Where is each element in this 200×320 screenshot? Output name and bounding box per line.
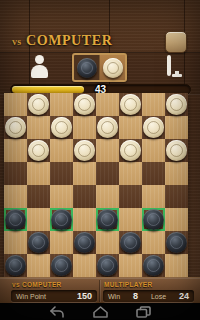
back-icon[interactable] [48,306,66,318]
square-a6[interactable] [4,139,27,162]
black-piece[interactable]: ⛂ [74,232,95,253]
square-h1[interactable] [165,254,188,277]
square-g8[interactable] [142,93,165,116]
square-c2[interactable] [50,231,73,254]
square-c5[interactable] [50,162,73,185]
square-b1[interactable] [27,254,50,277]
white-piece[interactable]: ⛀ [28,140,49,161]
checkers-app-screen: vs COMPUTER ⛂ ⛀ 43 ⛀⛀⛀⛀⛀⛀⛀⛀⛀⛀⛀⛀⛂⛂⛂⛂⛂⛂⛂⛂⛂… [0,0,200,320]
square-a8[interactable] [4,93,27,116]
win-label: Win [108,293,120,300]
white-piece[interactable]: ⛀ [51,117,72,138]
square-b2[interactable]: ⛂ [27,231,50,254]
recents-icon[interactable] [135,306,152,318]
square-d6[interactable]: ⛀ [73,139,96,162]
square-a4[interactable] [4,185,27,208]
black-piece[interactable]: ⛂ [143,255,164,276]
black-piece[interactable]: ⛂ [5,255,26,276]
square-c4[interactable] [50,185,73,208]
square-f1[interactable] [119,254,142,277]
square-c6[interactable] [50,139,73,162]
square-e8[interactable] [96,93,119,116]
win-point-value: 150 [77,291,92,301]
square-f4[interactable] [119,185,142,208]
black-piece[interactable]: ⛂ [166,232,187,253]
square-e5[interactable] [96,162,119,185]
square-f6[interactable]: ⛀ [119,139,142,162]
square-h8[interactable]: ⛀ [165,93,188,116]
square-d7[interactable] [73,116,96,139]
square-b7[interactable] [27,116,50,139]
black-piece[interactable]: ⛂ [143,209,164,230]
win-value: 8 [133,291,138,301]
square-b8[interactable]: ⛀ [27,93,50,116]
square-b4[interactable] [27,185,50,208]
white-piece[interactable]: ⛀ [143,117,164,138]
stats-bar: vs COMPUTER MULTIPLAYER Win Point 150 Wi… [0,277,200,304]
turn-cell-white: ⛀ [99,55,125,80]
square-g5[interactable] [142,162,165,185]
square-b5[interactable] [27,162,50,185]
home-icon[interactable] [92,306,109,318]
title-main: COMPUTER [26,33,112,48]
computer-monitor-icon [167,57,187,78]
stats-left-label: vs COMPUTER [12,281,62,288]
square-a2[interactable] [4,231,27,254]
pause-button[interactable] [165,31,187,53]
white-piece[interactable]: ⛀ [120,94,141,115]
player-person-icon [30,55,49,79]
square-h6[interactable]: ⛀ [165,139,188,162]
square-h4[interactable] [165,185,188,208]
square-e3[interactable]: ⛂ [96,208,119,231]
black-piece[interactable]: ⛂ [28,232,49,253]
turn-indicator-panel: ⛂ ⛀ [72,53,127,82]
stats-right-label: MULTIPLAYER [104,281,152,288]
square-g3[interactable]: ⛂ [142,208,165,231]
black-piece[interactable]: ⛂ [97,209,118,230]
square-f2[interactable]: ⛂ [119,231,142,254]
square-d5[interactable] [73,162,96,185]
square-d4[interactable] [73,185,96,208]
square-a1[interactable]: ⛂ [4,254,27,277]
square-f8[interactable]: ⛀ [119,93,142,116]
square-h2[interactable]: ⛂ [165,231,188,254]
black-piece[interactable]: ⛂ [51,209,72,230]
win-point-label: Win Point [16,293,46,300]
square-a5[interactable] [4,162,27,185]
square-d1[interactable] [73,254,96,277]
black-piece[interactable]: ⛂ [5,209,26,230]
multiplayer-record-box: Win 8 Lose 24 [103,290,194,302]
square-e4[interactable] [96,185,119,208]
title-prefix: vs [12,36,22,47]
square-e1[interactable]: ⛂ [96,254,119,277]
square-f7[interactable] [119,116,142,139]
win-point-box: Win Point 150 [11,290,97,302]
black-piece[interactable]: ⛂ [97,255,118,276]
square-g4[interactable] [142,185,165,208]
square-f5[interactable] [119,162,142,185]
square-g7[interactable]: ⛀ [142,116,165,139]
turn-cell-black: ⛂ [74,55,99,80]
white-piece[interactable]: ⛀ [74,140,95,161]
square-c3[interactable]: ⛂ [50,208,73,231]
lose-value: 24 [179,291,189,301]
square-d8[interactable]: ⛀ [73,93,96,116]
black-piece[interactable]: ⛂ [51,255,72,276]
square-h5[interactable] [165,162,188,185]
black-piece[interactable]: ⛂ [120,232,141,253]
white-piece[interactable]: ⛀ [28,94,49,115]
square-g2[interactable] [142,231,165,254]
square-d2[interactable]: ⛂ [73,231,96,254]
white-piece[interactable]: ⛀ [5,117,26,138]
lose-label: Lose [151,293,166,300]
square-h7[interactable] [165,116,188,139]
pause-icon [171,37,182,47]
square-e6[interactable] [96,139,119,162]
square-e7[interactable]: ⛀ [96,116,119,139]
square-b6[interactable]: ⛀ [27,139,50,162]
white-piece[interactable]: ⛀ [166,140,187,161]
page-title: vs COMPUTER [12,31,112,49]
square-h3[interactable] [165,208,188,231]
white-piece[interactable]: ⛀ [97,117,118,138]
square-e2[interactable] [96,231,119,254]
square-a3[interactable]: ⛂ [4,208,27,231]
square-f3[interactable] [119,208,142,231]
square-g1[interactable]: ⛂ [142,254,165,277]
android-nav-bar [0,303,200,320]
square-a7[interactable]: ⛀ [4,116,27,139]
board: ⛀⛀⛀⛀⛀⛀⛀⛀⛀⛀⛀⛀⛂⛂⛂⛂⛂⛂⛂⛂⛂⛂⛂⛂ [4,93,188,277]
square-c8[interactable] [50,93,73,116]
white-piece[interactable]: ⛀ [166,94,187,115]
square-g6[interactable] [142,139,165,162]
black-checker-icon: ⛂ [77,58,97,78]
square-c7[interactable]: ⛀ [50,116,73,139]
square-b3[interactable] [27,208,50,231]
white-checker-icon: ⛀ [103,58,123,78]
white-piece[interactable]: ⛀ [120,140,141,161]
square-c1[interactable]: ⛂ [50,254,73,277]
square-d3[interactable] [73,208,96,231]
white-piece[interactable]: ⛀ [74,94,95,115]
